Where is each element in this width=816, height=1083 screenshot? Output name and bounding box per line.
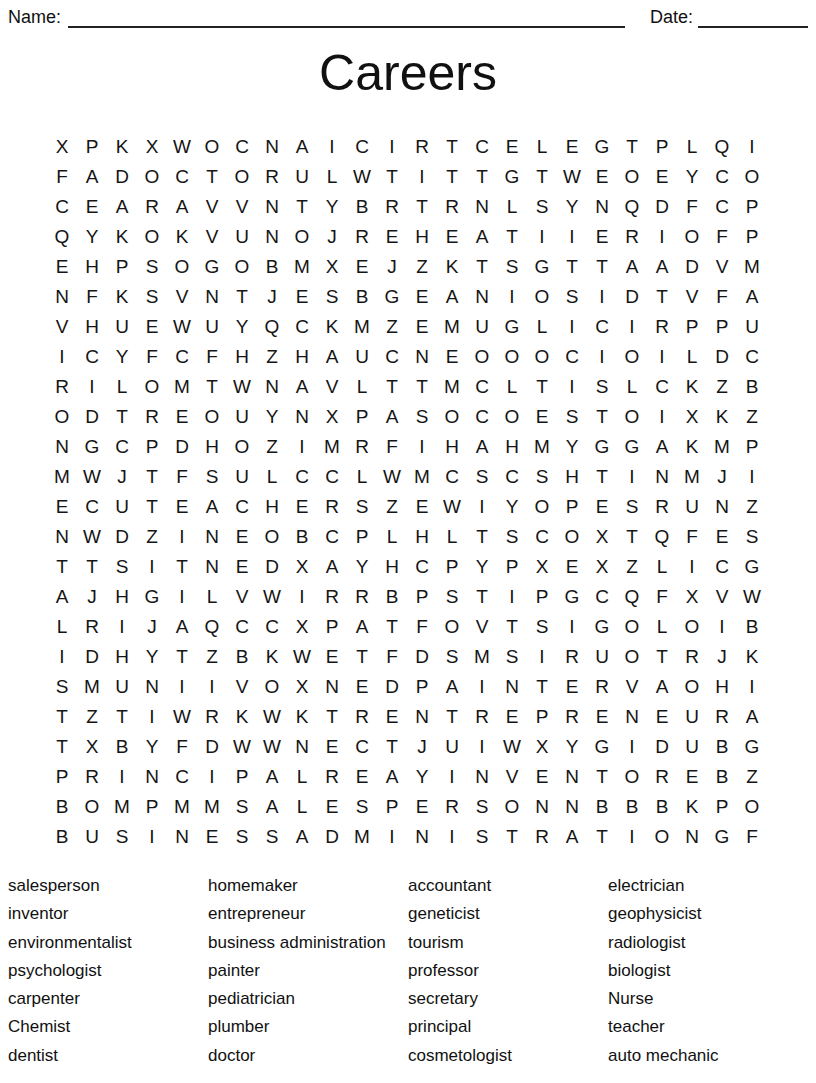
grid-cell-r16c8[interactable]: W <box>257 581 287 611</box>
grid-cell-r9c18[interactable]: I <box>557 371 587 401</box>
grid-cell-r11c19[interactable]: G <box>587 431 617 461</box>
grid-cell-r19c14[interactable]: A <box>437 671 467 701</box>
grid-cell-r15c4[interactable]: I <box>137 551 167 581</box>
grid-cell-r1c23[interactable]: Q <box>707 131 737 161</box>
grid-cell-r4c20[interactable]: R <box>617 221 647 251</box>
grid-cell-r5c23[interactable]: V <box>707 251 737 281</box>
grid-cell-r13c7[interactable]: C <box>227 491 257 521</box>
grid-cell-r4c5[interactable]: K <box>167 221 197 251</box>
grid-cell-r8c8[interactable]: Z <box>257 341 287 371</box>
grid-cell-r22c1[interactable]: P <box>47 761 77 791</box>
grid-cell-r9c11[interactable]: L <box>347 371 377 401</box>
grid-cell-r6c17[interactable]: O <box>527 281 557 311</box>
grid-cell-r21c10[interactable]: E <box>317 731 347 761</box>
grid-cell-r2c20[interactable]: O <box>617 161 647 191</box>
grid-cell-r15c18[interactable]: E <box>557 551 587 581</box>
grid-cell-r18c11[interactable]: T <box>347 641 377 671</box>
grid-cell-r6c4[interactable]: S <box>137 281 167 311</box>
grid-cell-r9c16[interactable]: L <box>497 371 527 401</box>
grid-cell-r12c22[interactable]: M <box>677 461 707 491</box>
grid-cell-r9c8[interactable]: N <box>257 371 287 401</box>
grid-cell-r10c22[interactable]: X <box>677 401 707 431</box>
grid-cell-r20c24[interactable]: A <box>737 701 767 731</box>
grid-cell-r18c21[interactable]: T <box>647 641 677 671</box>
grid-cell-r18c9[interactable]: W <box>287 641 317 671</box>
grid-cell-r24c15[interactable]: S <box>467 821 497 851</box>
grid-cell-r14c14[interactable]: L <box>437 521 467 551</box>
grid-cell-r20c20[interactable]: N <box>617 701 647 731</box>
grid-cell-r15c2[interactable]: T <box>77 551 107 581</box>
grid-cell-r8c16[interactable]: O <box>497 341 527 371</box>
grid-cell-r6c21[interactable]: T <box>647 281 677 311</box>
grid-cell-r8c6[interactable]: F <box>197 341 227 371</box>
grid-cell-r13c6[interactable]: A <box>197 491 227 521</box>
grid-cell-r5c15[interactable]: T <box>467 251 497 281</box>
grid-cell-r14c21[interactable]: Q <box>647 521 677 551</box>
grid-cell-r6c1[interactable]: N <box>47 281 77 311</box>
grid-cell-r7c11[interactable]: M <box>347 311 377 341</box>
grid-cell-r5c6[interactable]: G <box>197 251 227 281</box>
grid-cell-r3c18[interactable]: Y <box>557 191 587 221</box>
grid-cell-r13c24[interactable]: Z <box>737 491 767 521</box>
grid-cell-r2c17[interactable]: T <box>527 161 557 191</box>
grid-cell-r20c4[interactable]: I <box>137 701 167 731</box>
grid-cell-r9c6[interactable]: T <box>197 371 227 401</box>
grid-cell-r17c8[interactable]: C <box>257 611 287 641</box>
grid-cell-r10c10[interactable]: X <box>317 401 347 431</box>
grid-cell-r7c10[interactable]: K <box>317 311 347 341</box>
grid-cell-r1c19[interactable]: G <box>587 131 617 161</box>
grid-cell-r10c19[interactable]: T <box>587 401 617 431</box>
grid-cell-r16c23[interactable]: V <box>707 581 737 611</box>
grid-cell-r18c22[interactable]: R <box>677 641 707 671</box>
grid-cell-r6c7[interactable]: T <box>227 281 257 311</box>
grid-cell-r6c11[interactable]: B <box>347 281 377 311</box>
grid-cell-r4c15[interactable]: A <box>467 221 497 251</box>
grid-cell-r24c22[interactable]: N <box>677 821 707 851</box>
grid-cell-r10c8[interactable]: Y <box>257 401 287 431</box>
grid-cell-r12c2[interactable]: W <box>77 461 107 491</box>
grid-cell-r10c18[interactable]: S <box>557 401 587 431</box>
grid-cell-r18c14[interactable]: S <box>437 641 467 671</box>
grid-cell-r4c1[interactable]: Q <box>47 221 77 251</box>
grid-cell-r4c10[interactable]: J <box>317 221 347 251</box>
grid-cell-r13c18[interactable]: P <box>557 491 587 521</box>
grid-cell-r1c6[interactable]: O <box>197 131 227 161</box>
grid-cell-r19c17[interactable]: T <box>527 671 557 701</box>
grid-cell-r6c16[interactable]: I <box>497 281 527 311</box>
grid-cell-r14c15[interactable]: T <box>467 521 497 551</box>
grid-cell-r5c24[interactable]: M <box>737 251 767 281</box>
grid-cell-r21c16[interactable]: W <box>497 731 527 761</box>
grid-cell-r23c4[interactable]: P <box>137 791 167 821</box>
grid-cell-r10c23[interactable]: K <box>707 401 737 431</box>
grid-cell-r17c12[interactable]: T <box>377 611 407 641</box>
grid-cell-r12c14[interactable]: C <box>437 461 467 491</box>
grid-cell-r16c3[interactable]: H <box>107 581 137 611</box>
grid-cell-r12c20[interactable]: I <box>617 461 647 491</box>
grid-cell-r13c8[interactable]: H <box>257 491 287 521</box>
grid-cell-r9c13[interactable]: T <box>407 371 437 401</box>
grid-cell-r16c20[interactable]: Q <box>617 581 647 611</box>
grid-cell-r18c23[interactable]: J <box>707 641 737 671</box>
grid-cell-r12c11[interactable]: L <box>347 461 377 491</box>
grid-cell-r12c5[interactable]: F <box>167 461 197 491</box>
grid-cell-r13c21[interactable]: R <box>647 491 677 521</box>
grid-cell-r18c1[interactable]: I <box>47 641 77 671</box>
grid-cell-r7c5[interactable]: W <box>167 311 197 341</box>
grid-cell-r8c19[interactable]: I <box>587 341 617 371</box>
grid-cell-r16c22[interactable]: X <box>677 581 707 611</box>
grid-cell-r23c2[interactable]: O <box>77 791 107 821</box>
grid-cell-r10c4[interactable]: R <box>137 401 167 431</box>
grid-cell-r17c23[interactable]: I <box>707 611 737 641</box>
grid-cell-r1c1[interactable]: X <box>47 131 77 161</box>
grid-cell-r21c15[interactable]: I <box>467 731 497 761</box>
grid-cell-r2c8[interactable]: R <box>257 161 287 191</box>
grid-cell-r1c3[interactable]: K <box>107 131 137 161</box>
grid-cell-r7c19[interactable]: C <box>587 311 617 341</box>
grid-cell-r22c5[interactable]: C <box>167 761 197 791</box>
grid-cell-r22c22[interactable]: E <box>677 761 707 791</box>
grid-cell-r5c2[interactable]: H <box>77 251 107 281</box>
grid-cell-r18c6[interactable]: Z <box>197 641 227 671</box>
grid-cell-r20c6[interactable]: R <box>197 701 227 731</box>
grid-cell-r5c22[interactable]: D <box>677 251 707 281</box>
grid-cell-r1c5[interactable]: W <box>167 131 197 161</box>
grid-cell-r7c1[interactable]: V <box>47 311 77 341</box>
grid-cell-r9c4[interactable]: O <box>137 371 167 401</box>
grid-cell-r24c20[interactable]: I <box>617 821 647 851</box>
grid-cell-r17c3[interactable]: I <box>107 611 137 641</box>
grid-cell-r17c19[interactable]: G <box>587 611 617 641</box>
grid-cell-r17c6[interactable]: Q <box>197 611 227 641</box>
grid-cell-r10c3[interactable]: T <box>107 401 137 431</box>
grid-cell-r5c12[interactable]: J <box>377 251 407 281</box>
grid-cell-r22c9[interactable]: L <box>287 761 317 791</box>
grid-cell-r4c3[interactable]: K <box>107 221 137 251</box>
grid-cell-r15c5[interactable]: T <box>167 551 197 581</box>
grid-cell-r7c3[interactable]: U <box>107 311 137 341</box>
grid-cell-r18c20[interactable]: O <box>617 641 647 671</box>
grid-cell-r5c18[interactable]: T <box>557 251 587 281</box>
grid-cell-r14c7[interactable]: E <box>227 521 257 551</box>
grid-cell-r15c7[interactable]: E <box>227 551 257 581</box>
grid-cell-r8c13[interactable]: N <box>407 341 437 371</box>
grid-cell-r16c11[interactable]: R <box>347 581 377 611</box>
grid-cell-r6c13[interactable]: E <box>407 281 437 311</box>
grid-cell-r23c11[interactable]: S <box>347 791 377 821</box>
grid-cell-r2c1[interactable]: F <box>47 161 77 191</box>
grid-cell-r15c17[interactable]: X <box>527 551 557 581</box>
grid-cell-r5c17[interactable]: G <box>527 251 557 281</box>
grid-cell-r8c17[interactable]: O <box>527 341 557 371</box>
grid-cell-r11c12[interactable]: F <box>377 431 407 461</box>
grid-cell-r17c10[interactable]: P <box>317 611 347 641</box>
grid-cell-r21c19[interactable]: G <box>587 731 617 761</box>
grid-cell-r12c12[interactable]: W <box>377 461 407 491</box>
grid-cell-r3c24[interactable]: P <box>737 191 767 221</box>
grid-cell-r2c22[interactable]: Y <box>677 161 707 191</box>
grid-cell-r6c23[interactable]: F <box>707 281 737 311</box>
grid-cell-r12c10[interactable]: C <box>317 461 347 491</box>
grid-cell-r18c2[interactable]: D <box>77 641 107 671</box>
grid-cell-r11c20[interactable]: G <box>617 431 647 461</box>
grid-cell-r22c8[interactable]: A <box>257 761 287 791</box>
grid-cell-r12c7[interactable]: U <box>227 461 257 491</box>
grid-cell-r6c22[interactable]: V <box>677 281 707 311</box>
grid-cell-r18c19[interactable]: U <box>587 641 617 671</box>
grid-cell-r3c13[interactable]: T <box>407 191 437 221</box>
grid-cell-r23c6[interactable]: M <box>197 791 227 821</box>
grid-cell-r18c3[interactable]: H <box>107 641 137 671</box>
grid-cell-r22c4[interactable]: N <box>137 761 167 791</box>
grid-cell-r21c2[interactable]: X <box>77 731 107 761</box>
grid-cell-r24c2[interactable]: U <box>77 821 107 851</box>
grid-cell-r14c20[interactable]: T <box>617 521 647 551</box>
grid-cell-r21c6[interactable]: D <box>197 731 227 761</box>
grid-cell-r13c11[interactable]: S <box>347 491 377 521</box>
grid-cell-r3c5[interactable]: A <box>167 191 197 221</box>
grid-cell-r14c10[interactable]: C <box>317 521 347 551</box>
grid-cell-r6c6[interactable]: N <box>197 281 227 311</box>
grid-cell-r7c2[interactable]: H <box>77 311 107 341</box>
grid-cell-r1c24[interactable]: I <box>737 131 767 161</box>
grid-cell-r20c11[interactable]: R <box>347 701 377 731</box>
grid-cell-r10c21[interactable]: I <box>647 401 677 431</box>
grid-cell-r22c17[interactable]: E <box>527 761 557 791</box>
grid-cell-r9c3[interactable]: L <box>107 371 137 401</box>
grid-cell-r11c10[interactable]: M <box>317 431 347 461</box>
grid-cell-r14c19[interactable]: X <box>587 521 617 551</box>
grid-cell-r11c14[interactable]: H <box>437 431 467 461</box>
grid-cell-r16c1[interactable]: A <box>47 581 77 611</box>
grid-cell-r16c16[interactable]: I <box>497 581 527 611</box>
grid-cell-r5c16[interactable]: S <box>497 251 527 281</box>
grid-cell-r19c4[interactable]: N <box>137 671 167 701</box>
grid-cell-r23c13[interactable]: E <box>407 791 437 821</box>
grid-cell-r8c4[interactable]: F <box>137 341 167 371</box>
grid-cell-r8c3[interactable]: Y <box>107 341 137 371</box>
grid-cell-r24c8[interactable]: S <box>257 821 287 851</box>
grid-cell-r9c19[interactable]: S <box>587 371 617 401</box>
grid-cell-r15c1[interactable]: T <box>47 551 77 581</box>
grid-cell-r5c9[interactable]: M <box>287 251 317 281</box>
grid-cell-r22c24[interactable]: Z <box>737 761 767 791</box>
grid-cell-r4c8[interactable]: N <box>257 221 287 251</box>
grid-cell-r23c18[interactable]: N <box>557 791 587 821</box>
grid-cell-r21c22[interactable]: U <box>677 731 707 761</box>
grid-cell-r21c11[interactable]: C <box>347 731 377 761</box>
grid-cell-r7c6[interactable]: U <box>197 311 227 341</box>
grid-cell-r24c13[interactable]: N <box>407 821 437 851</box>
grid-cell-r15c6[interactable]: N <box>197 551 227 581</box>
grid-cell-r7c4[interactable]: E <box>137 311 167 341</box>
grid-cell-r15c19[interactable]: X <box>587 551 617 581</box>
grid-cell-r24c4[interactable]: I <box>137 821 167 851</box>
grid-cell-r19c20[interactable]: V <box>617 671 647 701</box>
grid-cell-r19c13[interactable]: P <box>407 671 437 701</box>
grid-cell-r11c17[interactable]: M <box>527 431 557 461</box>
grid-cell-r12c6[interactable]: S <box>197 461 227 491</box>
grid-cell-r14c1[interactable]: N <box>47 521 77 551</box>
grid-cell-r7c21[interactable]: R <box>647 311 677 341</box>
grid-cell-r24c17[interactable]: R <box>527 821 557 851</box>
grid-cell-r12c17[interactable]: S <box>527 461 557 491</box>
grid-cell-r16c5[interactable]: I <box>167 581 197 611</box>
grid-cell-r10c14[interactable]: O <box>437 401 467 431</box>
grid-cell-r23c22[interactable]: K <box>677 791 707 821</box>
grid-cell-r15c9[interactable]: X <box>287 551 317 581</box>
grid-cell-r1c4[interactable]: X <box>137 131 167 161</box>
grid-cell-r6c24[interactable]: A <box>737 281 767 311</box>
grid-cell-r19c2[interactable]: M <box>77 671 107 701</box>
grid-cell-r13c12[interactable]: Z <box>377 491 407 521</box>
grid-cell-r20c8[interactable]: W <box>257 701 287 731</box>
grid-cell-r22c13[interactable]: Y <box>407 761 437 791</box>
grid-cell-r2c4[interactable]: O <box>137 161 167 191</box>
grid-cell-r13c1[interactable]: E <box>47 491 77 521</box>
grid-cell-r9c1[interactable]: R <box>47 371 77 401</box>
grid-cell-r3c6[interactable]: V <box>197 191 227 221</box>
grid-cell-r9c7[interactable]: W <box>227 371 257 401</box>
grid-cell-r9c9[interactable]: A <box>287 371 317 401</box>
grid-cell-r19c23[interactable]: H <box>707 671 737 701</box>
grid-cell-r2c12[interactable]: T <box>377 161 407 191</box>
grid-cell-r21c9[interactable]: N <box>287 731 317 761</box>
grid-cell-r24c18[interactable]: A <box>557 821 587 851</box>
grid-cell-r14c16[interactable]: S <box>497 521 527 551</box>
grid-cell-r3c20[interactable]: Q <box>617 191 647 221</box>
grid-cell-r16c21[interactable]: F <box>647 581 677 611</box>
grid-cell-r18c18[interactable]: R <box>557 641 587 671</box>
grid-cell-r2c19[interactable]: E <box>587 161 617 191</box>
grid-cell-r20c13[interactable]: N <box>407 701 437 731</box>
grid-cell-r17c2[interactable]: R <box>77 611 107 641</box>
grid-cell-r12c4[interactable]: T <box>137 461 167 491</box>
grid-cell-r15c15[interactable]: Y <box>467 551 497 581</box>
grid-cell-r15c16[interactable]: P <box>497 551 527 581</box>
grid-cell-r11c7[interactable]: O <box>227 431 257 461</box>
grid-cell-r10c1[interactable]: O <box>47 401 77 431</box>
grid-cell-r6c3[interactable]: K <box>107 281 137 311</box>
grid-cell-r20c5[interactable]: W <box>167 701 197 731</box>
grid-cell-r18c5[interactable]: T <box>167 641 197 671</box>
grid-cell-r12c21[interactable]: N <box>647 461 677 491</box>
grid-cell-r20c19[interactable]: E <box>587 701 617 731</box>
grid-cell-r19c10[interactable]: N <box>317 671 347 701</box>
grid-cell-r22c15[interactable]: N <box>467 761 497 791</box>
grid-cell-r15c12[interactable]: H <box>377 551 407 581</box>
grid-cell-r9c10[interactable]: V <box>317 371 347 401</box>
grid-cell-r8c7[interactable]: H <box>227 341 257 371</box>
grid-cell-r1c21[interactable]: P <box>647 131 677 161</box>
grid-cell-r24c9[interactable]: A <box>287 821 317 851</box>
grid-cell-r17c5[interactable]: A <box>167 611 197 641</box>
grid-cell-r6c12[interactable]: G <box>377 281 407 311</box>
grid-cell-r19c11[interactable]: E <box>347 671 377 701</box>
grid-cell-r13c2[interactable]: C <box>77 491 107 521</box>
grid-cell-r7c16[interactable]: G <box>497 311 527 341</box>
grid-cell-r3c23[interactable]: C <box>707 191 737 221</box>
grid-cell-r21c13[interactable]: J <box>407 731 437 761</box>
grid-cell-r17c11[interactable]: A <box>347 611 377 641</box>
grid-cell-r20c3[interactable]: T <box>107 701 137 731</box>
grid-cell-r22c20[interactable]: O <box>617 761 647 791</box>
grid-cell-r9c12[interactable]: T <box>377 371 407 401</box>
grid-cell-r10c9[interactable]: N <box>287 401 317 431</box>
grid-cell-r24c23[interactable]: G <box>707 821 737 851</box>
grid-cell-r11c13[interactable]: I <box>407 431 437 461</box>
grid-cell-r11c1[interactable]: N <box>47 431 77 461</box>
grid-cell-r11c8[interactable]: Z <box>257 431 287 461</box>
grid-cell-r1c2[interactable]: P <box>77 131 107 161</box>
grid-cell-r16c24[interactable]: W <box>737 581 767 611</box>
grid-cell-r20c1[interactable]: T <box>47 701 77 731</box>
grid-cell-r11c2[interactable]: G <box>77 431 107 461</box>
grid-cell-r17c20[interactable]: O <box>617 611 647 641</box>
grid-cell-r17c22[interactable]: O <box>677 611 707 641</box>
grid-cell-r10c6[interactable]: O <box>197 401 227 431</box>
grid-cell-r6c5[interactable]: V <box>167 281 197 311</box>
grid-cell-r23c7[interactable]: S <box>227 791 257 821</box>
grid-cell-r13c4[interactable]: T <box>137 491 167 521</box>
grid-cell-r21c17[interactable]: X <box>527 731 557 761</box>
grid-cell-r7c7[interactable]: Y <box>227 311 257 341</box>
grid-cell-r14c3[interactable]: D <box>107 521 137 551</box>
grid-cell-r3c16[interactable]: L <box>497 191 527 221</box>
grid-cell-r10c11[interactable]: P <box>347 401 377 431</box>
grid-cell-r17c15[interactable]: V <box>467 611 497 641</box>
grid-cell-r22c18[interactable]: N <box>557 761 587 791</box>
grid-cell-r17c17[interactable]: S <box>527 611 557 641</box>
grid-cell-r7c23[interactable]: P <box>707 311 737 341</box>
grid-cell-r22c14[interactable]: I <box>437 761 467 791</box>
grid-cell-r10c24[interactable]: Z <box>737 401 767 431</box>
grid-cell-r9c2[interactable]: I <box>77 371 107 401</box>
grid-cell-r11c24[interactable]: P <box>737 431 767 461</box>
grid-cell-r12c23[interactable]: J <box>707 461 737 491</box>
grid-cell-r4c24[interactable]: P <box>737 221 767 251</box>
grid-cell-r8c9[interactable]: H <box>287 341 317 371</box>
grid-cell-r1c12[interactable]: I <box>377 131 407 161</box>
grid-cell-r4c4[interactable]: O <box>137 221 167 251</box>
grid-cell-r11c9[interactable]: I <box>287 431 317 461</box>
grid-cell-r11c3[interactable]: C <box>107 431 137 461</box>
grid-cell-r17c9[interactable]: X <box>287 611 317 641</box>
grid-cell-r13c19[interactable]: E <box>587 491 617 521</box>
grid-cell-r5c7[interactable]: O <box>227 251 257 281</box>
grid-cell-r20c18[interactable]: R <box>557 701 587 731</box>
grid-cell-r5c4[interactable]: S <box>137 251 167 281</box>
grid-cell-r2c11[interactable]: W <box>347 161 377 191</box>
grid-cell-r8c12[interactable]: C <box>377 341 407 371</box>
grid-cell-r11c23[interactable]: M <box>707 431 737 461</box>
grid-cell-r12c15[interactable]: S <box>467 461 497 491</box>
grid-cell-r20c15[interactable]: R <box>467 701 497 731</box>
grid-cell-r3c19[interactable]: N <box>587 191 617 221</box>
grid-cell-r20c7[interactable]: K <box>227 701 257 731</box>
grid-cell-r4c9[interactable]: O <box>287 221 317 251</box>
grid-cell-r2c24[interactable]: O <box>737 161 767 191</box>
grid-cell-r18c4[interactable]: Y <box>137 641 167 671</box>
grid-cell-r23c19[interactable]: B <box>587 791 617 821</box>
grid-cell-r1c18[interactable]: E <box>557 131 587 161</box>
grid-cell-r16c10[interactable]: R <box>317 581 347 611</box>
grid-cell-r2c14[interactable]: T <box>437 161 467 191</box>
grid-cell-r6c10[interactable]: S <box>317 281 347 311</box>
grid-cell-r4c19[interactable]: E <box>587 221 617 251</box>
